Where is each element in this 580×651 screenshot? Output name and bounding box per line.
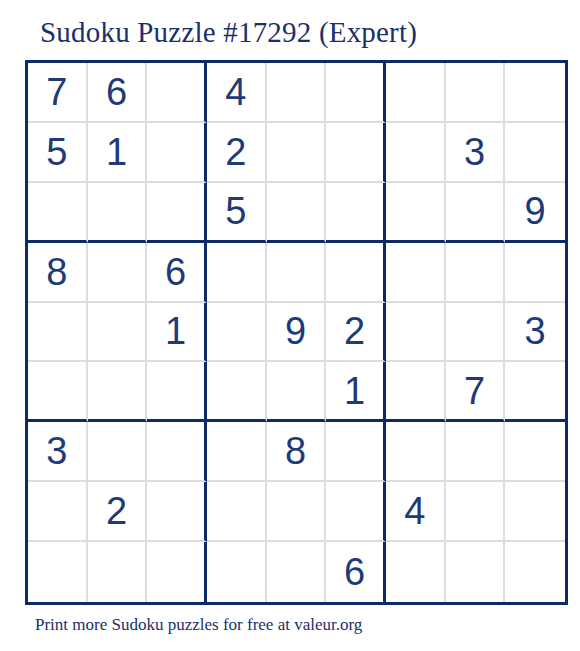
cell-r9c7 — [386, 542, 446, 602]
cell-r3c1 — [28, 183, 88, 243]
cell-r2c7 — [386, 123, 446, 183]
cell-r3c6 — [326, 183, 386, 243]
footer-note: Print more Sudoku puzzles for free at va… — [35, 615, 362, 635]
cell-r9c9 — [505, 542, 565, 602]
cell-r3c3 — [147, 183, 207, 243]
cell-r8c4 — [207, 482, 267, 542]
cell-r9c5 — [267, 542, 327, 602]
cell-r1c6 — [326, 63, 386, 123]
cell-r8c3 — [147, 482, 207, 542]
cell-r6c1 — [28, 362, 88, 422]
cell-r7c1: 3 — [28, 422, 88, 482]
cell-r8c8 — [446, 482, 506, 542]
cell-r5c2 — [88, 303, 148, 363]
cell-r9c4 — [207, 542, 267, 602]
cell-r7c4 — [207, 422, 267, 482]
cell-r5c5: 9 — [267, 303, 327, 363]
sudoku-board: 7645123598619231738246 — [25, 60, 568, 605]
cell-r3c4: 5 — [207, 183, 267, 243]
cell-r4c5 — [267, 243, 327, 303]
cell-r1c3 — [147, 63, 207, 123]
cell-r8c1 — [28, 482, 88, 542]
cell-r5c8 — [446, 303, 506, 363]
cell-r1c8 — [446, 63, 506, 123]
cell-r2c6 — [326, 123, 386, 183]
cell-r2c1: 5 — [28, 123, 88, 183]
cell-r1c7 — [386, 63, 446, 123]
cell-r5c6: 2 — [326, 303, 386, 363]
cell-r3c8 — [446, 183, 506, 243]
cell-r3c7 — [386, 183, 446, 243]
cell-r5c3: 1 — [147, 303, 207, 363]
cell-r8c2: 2 — [88, 482, 148, 542]
cell-r5c9: 3 — [505, 303, 565, 363]
cell-r8c9 — [505, 482, 565, 542]
cell-r1c2: 6 — [88, 63, 148, 123]
cell-r7c3 — [147, 422, 207, 482]
cell-r1c9 — [505, 63, 565, 123]
cell-r9c8 — [446, 542, 506, 602]
cell-r6c8: 7 — [446, 362, 506, 422]
cell-r4c9 — [505, 243, 565, 303]
cell-r3c9: 9 — [505, 183, 565, 243]
cell-r6c4 — [207, 362, 267, 422]
cell-r5c1 — [28, 303, 88, 363]
cell-r7c8 — [446, 422, 506, 482]
cell-r6c7 — [386, 362, 446, 422]
cell-r5c4 — [207, 303, 267, 363]
cell-r4c8 — [446, 243, 506, 303]
cell-r2c3 — [147, 123, 207, 183]
cell-r8c6 — [326, 482, 386, 542]
cell-r1c1: 7 — [28, 63, 88, 123]
cell-r8c5 — [267, 482, 327, 542]
cell-r2c9 — [505, 123, 565, 183]
cell-r4c7 — [386, 243, 446, 303]
cell-r3c5 — [267, 183, 327, 243]
cell-r4c6 — [326, 243, 386, 303]
cell-r3c2 — [88, 183, 148, 243]
cell-r6c2 — [88, 362, 148, 422]
cell-r4c1: 8 — [28, 243, 88, 303]
cell-r6c5 — [267, 362, 327, 422]
cell-r8c7: 4 — [386, 482, 446, 542]
cell-r7c6 — [326, 422, 386, 482]
cell-r5c7 — [386, 303, 446, 363]
cell-r9c1 — [28, 542, 88, 602]
cell-r4c2 — [88, 243, 148, 303]
cell-r7c2 — [88, 422, 148, 482]
cell-r2c8: 3 — [446, 123, 506, 183]
cell-r2c4: 2 — [207, 123, 267, 183]
cell-r4c4 — [207, 243, 267, 303]
cell-r9c6: 6 — [326, 542, 386, 602]
cell-r6c3 — [147, 362, 207, 422]
cell-r9c2 — [88, 542, 148, 602]
cell-r1c4: 4 — [207, 63, 267, 123]
cell-r7c7 — [386, 422, 446, 482]
page-title: Sudoku Puzzle #17292 (Expert) — [40, 16, 417, 49]
cell-r4c3: 6 — [147, 243, 207, 303]
cell-r7c5: 8 — [267, 422, 327, 482]
cell-r1c5 — [267, 63, 327, 123]
cell-r2c5 — [267, 123, 327, 183]
cell-r2c2: 1 — [88, 123, 148, 183]
cell-r7c9 — [505, 422, 565, 482]
cell-r6c6: 1 — [326, 362, 386, 422]
cell-r9c3 — [147, 542, 207, 602]
cell-r6c9 — [505, 362, 565, 422]
